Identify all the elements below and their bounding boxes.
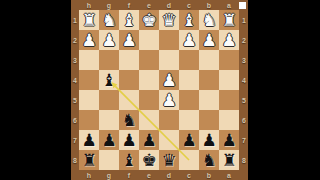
square-h3[interactable]	[79, 50, 99, 70]
piece-black-rook[interactable]: ♜	[219, 150, 239, 170]
piece-black-pawn[interactable]: ♟	[179, 130, 199, 150]
square-g8[interactable]	[99, 150, 119, 170]
square-d5[interactable]: ♟	[159, 90, 179, 110]
square-b6[interactable]	[199, 110, 219, 130]
file-labels-bottom: hgfedcba	[79, 170, 239, 180]
square-c5[interactable]	[179, 90, 199, 110]
chess-board[interactable]: ♜♞♝♚♛♝♞♜♟♟♟♟♟♟♝♟♟♞♟♟♟♟♟♟♟♜♝♚♛♞♜	[79, 10, 239, 170]
piece-black-pawn[interactable]: ♟	[99, 130, 119, 150]
piece-black-pawn[interactable]: ♟	[219, 130, 239, 150]
square-g5[interactable]	[99, 90, 119, 110]
square-e4[interactable]	[139, 70, 159, 90]
square-a8[interactable]: ♜	[219, 150, 239, 170]
square-c1[interactable]: ♝	[179, 10, 199, 30]
square-e1[interactable]: ♚	[139, 10, 159, 30]
square-a4[interactable]	[219, 70, 239, 90]
app-background: hgfedcba hgfedcba 12345678 12345678 ♜♞♝♚…	[0, 0, 320, 180]
piece-white-pawn[interactable]: ♟	[159, 70, 179, 90]
file-label-e: e	[139, 0, 159, 10]
file-label-e: e	[139, 170, 159, 180]
square-b4[interactable]	[199, 70, 219, 90]
square-d4[interactable]: ♟	[159, 70, 179, 90]
square-a5[interactable]	[219, 90, 239, 110]
piece-black-bishop[interactable]: ♝	[119, 150, 139, 170]
rank-label-5: 5	[240, 90, 248, 110]
piece-white-pawn[interactable]: ♟	[99, 30, 119, 50]
piece-black-pawn[interactable]: ♟	[119, 130, 139, 150]
file-label-c: c	[179, 0, 199, 10]
piece-black-pawn[interactable]: ♟	[199, 130, 219, 150]
square-a6[interactable]	[219, 110, 239, 130]
square-a2[interactable]: ♟	[219, 30, 239, 50]
square-h8[interactable]: ♜	[79, 150, 99, 170]
piece-black-pawn[interactable]: ♟	[79, 130, 99, 150]
square-h4[interactable]	[79, 70, 99, 90]
piece-white-rook[interactable]: ♜	[79, 10, 99, 30]
file-label-f: f	[119, 170, 139, 180]
rank-label-8: 8	[71, 150, 79, 170]
square-a7[interactable]: ♟	[219, 130, 239, 150]
rank-label-3: 3	[71, 50, 79, 70]
square-g7[interactable]: ♟	[99, 130, 119, 150]
piece-black-pawn[interactable]: ♟	[139, 130, 159, 150]
square-b8[interactable]: ♞	[199, 150, 219, 170]
piece-black-bishop[interactable]: ♝	[99, 70, 119, 90]
piece-white-pawn[interactable]: ♟	[119, 30, 139, 50]
rank-label-7: 7	[71, 130, 79, 150]
square-h1[interactable]: ♜	[79, 10, 99, 30]
square-d6[interactable]	[159, 110, 179, 130]
square-h5[interactable]	[79, 90, 99, 110]
piece-white-knight[interactable]: ♞	[199, 10, 219, 30]
rank-label-2: 2	[240, 30, 248, 50]
square-c7[interactable]: ♟	[179, 130, 199, 150]
file-label-a: a	[219, 0, 239, 10]
file-label-b: b	[199, 170, 219, 180]
square-f7[interactable]: ♟	[119, 130, 139, 150]
square-c2[interactable]: ♟	[179, 30, 199, 50]
square-f4[interactable]	[119, 70, 139, 90]
square-h2[interactable]: ♟	[79, 30, 99, 50]
rank-label-3: 3	[240, 50, 248, 70]
rank-label-2: 2	[71, 30, 79, 50]
rank-label-4: 4	[71, 70, 79, 90]
chess-board-frame: hgfedcba hgfedcba 12345678 12345678 ♜♞♝♚…	[71, 0, 248, 180]
piece-black-knight[interactable]: ♞	[199, 150, 219, 170]
square-b3[interactable]	[199, 50, 219, 70]
piece-white-pawn[interactable]: ♟	[79, 30, 99, 50]
file-label-d: d	[159, 170, 179, 180]
piece-white-bishop[interactable]: ♝	[119, 10, 139, 30]
square-b1[interactable]: ♞	[199, 10, 219, 30]
file-label-d: d	[159, 0, 179, 10]
piece-white-queen[interactable]: ♛	[159, 10, 179, 30]
square-b5[interactable]	[199, 90, 219, 110]
square-e3[interactable]	[139, 50, 159, 70]
file-label-a: a	[219, 170, 239, 180]
square-e6[interactable]	[139, 110, 159, 130]
square-g3[interactable]	[99, 50, 119, 70]
piece-black-knight[interactable]: ♞	[119, 110, 139, 130]
piece-white-pawn[interactable]: ♟	[179, 30, 199, 50]
square-a3[interactable]	[219, 50, 239, 70]
rank-labels-right: 12345678	[240, 10, 248, 170]
piece-white-king[interactable]: ♚	[139, 10, 159, 30]
piece-white-rook[interactable]: ♜	[219, 10, 239, 30]
square-f5[interactable]	[119, 90, 139, 110]
file-label-f: f	[119, 0, 139, 10]
piece-white-pawn[interactable]: ♟	[219, 30, 239, 50]
square-c6[interactable]	[179, 110, 199, 130]
file-label-b: b	[199, 0, 219, 10]
piece-white-knight[interactable]: ♞	[99, 10, 119, 30]
square-f2[interactable]: ♟	[119, 30, 139, 50]
square-f1[interactable]: ♝	[119, 10, 139, 30]
file-label-c: c	[179, 170, 199, 180]
rank-label-5: 5	[71, 90, 79, 110]
file-labels-top: hgfedcba	[79, 0, 239, 10]
rank-label-6: 6	[71, 110, 79, 130]
rank-label-1: 1	[71, 10, 79, 30]
square-e8[interactable]: ♚	[139, 150, 159, 170]
piece-black-rook[interactable]: ♜	[79, 150, 99, 170]
piece-black-king[interactable]: ♚	[139, 150, 159, 170]
square-b2[interactable]: ♟	[199, 30, 219, 50]
file-label-g: g	[99, 0, 119, 10]
rank-label-6: 6	[240, 110, 248, 130]
file-label-h: h	[79, 170, 99, 180]
piece-white-bishop[interactable]: ♝	[179, 10, 199, 30]
file-label-g: g	[99, 170, 119, 180]
square-f3[interactable]	[119, 50, 139, 70]
square-c4[interactable]	[179, 70, 199, 90]
square-g2[interactable]: ♟	[99, 30, 119, 50]
square-d2[interactable]	[159, 30, 179, 50]
square-d1[interactable]: ♛	[159, 10, 179, 30]
piece-white-pawn[interactable]: ♟	[199, 30, 219, 50]
rank-label-4: 4	[240, 70, 248, 90]
square-e5[interactable]	[139, 90, 159, 110]
square-a1[interactable]: ♜	[219, 10, 239, 30]
square-g6[interactable]	[99, 110, 119, 130]
piece-black-queen[interactable]: ♛	[159, 150, 179, 170]
square-g1[interactable]: ♞	[99, 10, 119, 30]
square-h7[interactable]: ♟	[79, 130, 99, 150]
square-d3[interactable]	[159, 50, 179, 70]
square-e7[interactable]: ♟	[139, 130, 159, 150]
square-f6[interactable]: ♞	[119, 110, 139, 130]
square-d8[interactable]: ♛	[159, 150, 179, 170]
side-to-move-indicator	[239, 2, 246, 9]
file-label-h: h	[79, 0, 99, 10]
square-g4[interactable]: ♝	[99, 70, 119, 90]
rank-label-7: 7	[240, 130, 248, 150]
rank-labels-left: 12345678	[71, 10, 79, 170]
square-c3[interactable]	[179, 50, 199, 70]
piece-white-pawn[interactable]: ♟	[159, 90, 179, 110]
square-b7[interactable]: ♟	[199, 130, 219, 150]
square-c8[interactable]	[179, 150, 199, 170]
rank-label-8: 8	[240, 150, 248, 170]
square-h6[interactable]	[79, 110, 99, 130]
square-e2[interactable]	[139, 30, 159, 50]
square-f8[interactable]: ♝	[119, 150, 139, 170]
square-d7[interactable]	[159, 130, 179, 150]
rank-label-1: 1	[240, 10, 248, 30]
